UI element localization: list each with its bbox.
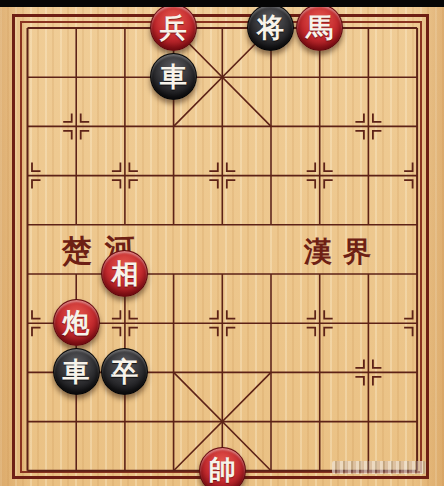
piece-black-chariot[interactable]: 車: [150, 53, 197, 100]
piece-red-horse[interactable]: 馬: [296, 4, 343, 51]
piece-black-general[interactable]: 将: [247, 4, 294, 51]
pieces-layer[interactable]: 兵将馬車相炮車卒帥: [3, 3, 441, 486]
piece-black-chariot[interactable]: 車: [53, 348, 100, 395]
blurred-watermark: [332, 461, 426, 474]
piece-red-soldier[interactable]: 兵: [150, 4, 197, 51]
xiangqi-board: 楚河 漢界 兵将馬車相炮車卒帥: [0, 0, 444, 486]
piece-red-general[interactable]: 帥: [199, 447, 246, 486]
top-black-bar: [0, 0, 444, 7]
piece-red-elephant[interactable]: 相: [101, 250, 148, 297]
piece-black-soldier[interactable]: 卒: [101, 348, 148, 395]
piece-red-cannon[interactable]: 炮: [53, 299, 100, 346]
